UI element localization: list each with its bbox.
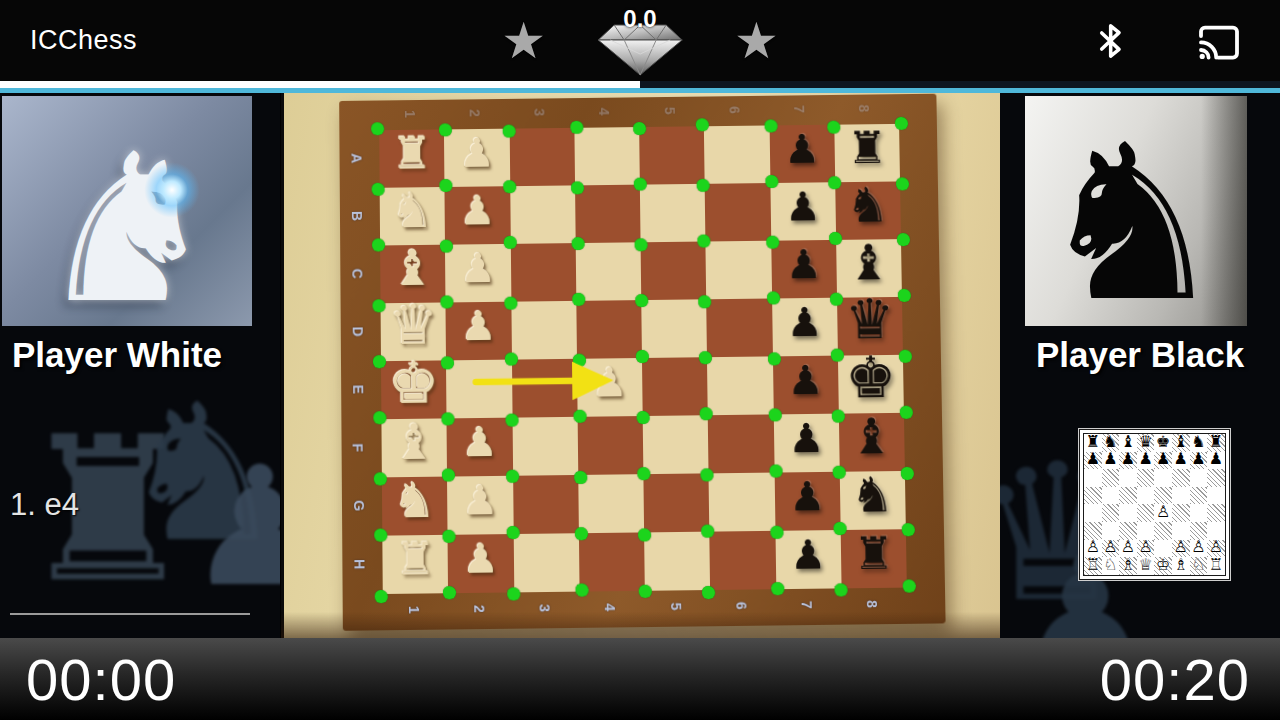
diagram-piece: ♘ xyxy=(1191,557,1205,573)
diagram-piece: ♟ xyxy=(1121,452,1135,468)
diagram-square-h7: ♟ xyxy=(1207,452,1225,470)
bottom-control-bar: 00:00 00:20 xyxy=(0,638,1280,720)
diagram-square-g1: ♘ xyxy=(1190,557,1208,575)
rank-label-top-1: 1 xyxy=(401,110,417,118)
diagram-piece: ♟ xyxy=(1138,452,1152,468)
file-label-g: G xyxy=(351,500,367,511)
diagram-piece: ♔ xyxy=(1156,557,1170,573)
black-clock: 00:20 xyxy=(1100,638,1250,720)
diagram-square-a6 xyxy=(1084,469,1102,487)
diagram-piece: ♚ xyxy=(1156,434,1170,450)
rank-label-top-2: 2 xyxy=(466,109,482,117)
file-label-c: C xyxy=(349,268,365,278)
last-move-arrow xyxy=(379,124,907,594)
diagram-square-c1: ♗ xyxy=(1119,557,1137,575)
lens-flare xyxy=(144,162,200,218)
diagram-square-d1: ♕ xyxy=(1137,557,1155,575)
cast-icon[interactable] xyxy=(1194,20,1244,62)
rank-label-4: 4 xyxy=(602,603,618,611)
rank-label-6: 6 xyxy=(733,602,749,610)
diagram-square-g5 xyxy=(1190,487,1208,505)
diagram-square-b7: ♟ xyxy=(1102,452,1120,470)
diagram-square-d5 xyxy=(1137,487,1155,505)
rank-label-top-7: 7 xyxy=(791,105,807,113)
black-knight-photo: ♞ xyxy=(1035,97,1228,326)
diagram-piece: ♙ xyxy=(1191,540,1205,556)
diagram-square-h5 xyxy=(1207,487,1225,505)
black-player-name: Player Black xyxy=(1000,335,1280,375)
diagram-piece: ♞ xyxy=(1191,434,1205,450)
rank-label-7: 7 xyxy=(799,601,815,609)
diagram-square-a1: ♖ xyxy=(1084,557,1102,575)
diagram-square-c5 xyxy=(1119,487,1137,505)
camera-frame-edge xyxy=(281,93,284,638)
star-icon[interactable]: ★ xyxy=(501,16,546,66)
board-shadow xyxy=(281,612,1000,638)
diagram-square-h1: ♖ xyxy=(1207,557,1225,575)
diagram-piece: ♞ xyxy=(1103,434,1117,450)
diagram-piece: ♗ xyxy=(1121,557,1135,573)
diagram-square-b1: ♘ xyxy=(1102,557,1120,575)
diagram-square-g7: ♟ xyxy=(1190,452,1208,470)
diagram-square-b6 xyxy=(1102,469,1120,487)
diagram-piece: ♖ xyxy=(1209,557,1223,573)
white-player-panel: ♜ ♞ ♟ ♞ Player White 1. e4 xyxy=(0,93,280,638)
diagram-piece: ♝ xyxy=(1174,434,1188,450)
top-app-bar: ICChess ★ 0.0 xyxy=(0,0,1280,81)
diagram-piece: ♙ xyxy=(1138,540,1152,556)
bluetooth-icon[interactable] xyxy=(1094,18,1128,64)
diagram-square-g4 xyxy=(1190,504,1208,522)
diamond-score-indicator: 0.0 xyxy=(588,18,692,78)
diagram-square-b5 xyxy=(1102,487,1120,505)
diagram-piece: ♜ xyxy=(1209,434,1223,450)
diagram-square-f5 xyxy=(1172,487,1190,505)
move-list[interactable]: 1. e4 xyxy=(10,487,79,523)
diagram-square-a4 xyxy=(1084,504,1102,522)
diagram-square-c4 xyxy=(1119,504,1137,522)
diagram-square-g6 xyxy=(1190,469,1208,487)
decorative-glass-pieces: ♟ xyxy=(186,431,280,623)
white-clock: 00:00 xyxy=(26,638,176,720)
diagram-square-f4 xyxy=(1172,504,1190,522)
diagram-piece: ♝ xyxy=(1121,434,1135,450)
diagram-piece: ♗ xyxy=(1174,557,1188,573)
diagram-square-e3 xyxy=(1154,522,1172,540)
diagram-square-c7: ♟ xyxy=(1119,452,1137,470)
diagram-square-e4: ♙ xyxy=(1154,504,1172,522)
file-label-b: B xyxy=(349,211,365,221)
diagram-square-f1: ♗ xyxy=(1172,557,1190,575)
diagram-board: ♜♞♝♛♚♝♞♜♟♟♟♟♟♟♟♟♙♙♙♙♙♙♙♙♖♘♗♕♔♗♘♖ xyxy=(1083,433,1226,576)
diagram-piece: ♟ xyxy=(1086,452,1100,468)
diagram-square-f6 xyxy=(1172,469,1190,487)
diagram-square-h4 xyxy=(1207,504,1225,522)
file-label-h: H xyxy=(351,559,367,569)
camera-board-view: ♜♟♟♜♞♟♟♞♝♟♟♝♛♟♟♛♚♟♟♚♝♟♟♝♞♟♟♞♜♟♟♜ ABCDEFG… xyxy=(281,93,1000,638)
diagram-square-d6 xyxy=(1137,469,1155,487)
diagram-square-e7: ♟ xyxy=(1154,452,1172,470)
move-progress-bar[interactable] xyxy=(0,81,1280,88)
top-bar-actions xyxy=(1094,0,1280,81)
diagram-square-b4 xyxy=(1102,504,1120,522)
file-label-d: D xyxy=(350,326,366,336)
photo-shadow xyxy=(1201,96,1247,326)
diagram-piece: ♙ xyxy=(1086,540,1100,556)
panel-divider xyxy=(10,613,250,615)
diagram-piece: ♘ xyxy=(1103,557,1117,573)
engine-score-cluster: ★ 0.0 xyxy=(501,0,779,81)
diagram-square-c6 xyxy=(1119,469,1137,487)
file-label-f: F xyxy=(350,443,366,452)
diagram-piece: ♙ xyxy=(1103,540,1117,556)
diagram-piece: ♙ xyxy=(1156,505,1170,521)
diagram-square-d4 xyxy=(1137,504,1155,522)
rank-label-top-6: 6 xyxy=(726,106,742,114)
diagram-square-d7: ♟ xyxy=(1137,452,1155,470)
diagram-piece: ♟ xyxy=(1103,452,1117,468)
app-title: ICChess xyxy=(30,0,137,81)
rank-label-top-8: 8 xyxy=(856,105,872,113)
diagram-piece: ♙ xyxy=(1174,540,1188,556)
physical-chess-board: ♜♟♟♜♞♟♟♞♝♟♟♝♛♟♟♛♚♟♟♚♝♟♟♝♞♟♟♞♜♟♟♜ ABCDEFG… xyxy=(339,94,945,631)
star-icon[interactable]: ★ xyxy=(734,16,779,66)
rank-label-top-5: 5 xyxy=(661,107,677,115)
rank-label-top-3: 3 xyxy=(531,108,547,116)
rank-label-8: 8 xyxy=(864,600,880,608)
diagram-piece: ♕ xyxy=(1138,557,1152,573)
black-player-panel: ♛ ♟ ♞ Player Black ♜♞♝♛♚♝♞♜♟♟♟♟♟♟♟♟♙♙♙♙♙… xyxy=(1000,93,1280,638)
rank-label-5: 5 xyxy=(668,603,684,611)
diagram-piece: ♟ xyxy=(1209,452,1223,468)
black-player-avatar: ♞ xyxy=(1025,96,1247,326)
rank-label-3: 3 xyxy=(537,604,553,612)
white-player-avatar: ♞ xyxy=(2,96,252,326)
diagram-piece: ♟ xyxy=(1174,452,1188,468)
icchess-app-screen: ICChess ★ 0.0 xyxy=(0,0,1280,720)
diagram-piece: ♟ xyxy=(1156,452,1170,468)
diagram-square-a7: ♟ xyxy=(1084,452,1102,470)
diagram-piece: ♖ xyxy=(1086,557,1100,573)
diagram-square-f7: ♟ xyxy=(1172,452,1190,470)
diagram-piece: ♜ xyxy=(1086,434,1100,450)
camera-board-inner: ♜♟♟♜♞♟♟♞♝♟♟♝♛♟♟♛♚♟♟♚♝♟♟♝♞♟♟♞♜♟♟♜ xyxy=(379,124,907,594)
rank-label-top-4: 4 xyxy=(596,108,612,116)
diagram-square-e1: ♔ xyxy=(1154,557,1172,575)
engine-score-value: 0.0 xyxy=(623,5,656,33)
diagram-piece: ♙ xyxy=(1209,540,1223,556)
diagram-piece: ♟ xyxy=(1191,452,1205,468)
white-knight-photo: ♞ xyxy=(35,110,219,326)
progress-fill xyxy=(0,81,640,88)
position-diagram: ♜♞♝♛♚♝♞♜♟♟♟♟♟♟♟♟♙♙♙♙♙♙♙♙♖♘♗♕♔♗♘♖ xyxy=(1079,429,1230,580)
file-label-e: E xyxy=(350,385,366,395)
diagram-piece: ♙ xyxy=(1121,540,1135,556)
diagram-square-a5 xyxy=(1084,487,1102,505)
diagram-square-e6 xyxy=(1154,469,1172,487)
file-label-a: A xyxy=(349,153,365,163)
diagram-piece: ♛ xyxy=(1138,434,1152,450)
diagram-square-h6 xyxy=(1207,469,1225,487)
white-player-name: Player White xyxy=(0,335,280,375)
